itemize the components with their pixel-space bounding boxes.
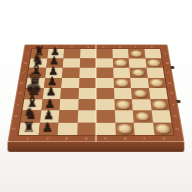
coordinate-label: 7 xyxy=(143,137,146,140)
square-r5c8[interactable] xyxy=(149,88,168,99)
coordinate-label: 3 xyxy=(71,46,73,48)
square-r4c4[interactable] xyxy=(79,78,97,88)
coordinate-label: G xyxy=(15,115,18,118)
square-r6c4[interactable] xyxy=(78,99,96,110)
square-r3c4[interactable] xyxy=(79,68,96,78)
hinge-knob-lower xyxy=(176,100,181,103)
square-r2c3[interactable] xyxy=(63,58,80,68)
square-r6c8[interactable] xyxy=(150,99,170,110)
square-r1c4[interactable] xyxy=(80,49,96,58)
coordinate-label: H xyxy=(176,127,179,130)
square-r3c7[interactable] xyxy=(129,68,147,78)
coordinate-label: 3 xyxy=(65,137,68,140)
square-r4c8[interactable] xyxy=(147,78,166,88)
square-r3c5[interactable] xyxy=(96,68,113,78)
square-r8c6[interactable] xyxy=(115,123,135,136)
checkers-disc-light[interactable] xyxy=(118,124,132,133)
coordinate-label: D xyxy=(20,82,23,85)
square-r7c7[interactable] xyxy=(133,111,153,123)
square-r2c7[interactable] xyxy=(129,58,146,68)
checkers-disc-light[interactable] xyxy=(150,79,163,86)
chess-piece-black-rook[interactable]: ♜ xyxy=(22,121,34,135)
coordinate-label: 8 xyxy=(150,46,152,48)
coordinate-label: B xyxy=(24,62,27,64)
coordinate-label: F xyxy=(17,103,20,106)
square-r1c5[interactable] xyxy=(96,49,112,58)
checkers-disc-light[interactable] xyxy=(130,51,142,58)
square-r8c8[interactable] xyxy=(152,123,173,136)
square-r3c8[interactable] xyxy=(146,68,164,78)
coordinate-label: F xyxy=(172,103,175,106)
coordinate-label: 6 xyxy=(119,46,121,48)
square-r5c6[interactable] xyxy=(114,88,132,99)
checkers-disc-light[interactable] xyxy=(117,101,131,109)
checkers-disc-light[interactable] xyxy=(116,79,129,86)
square-r5c7[interactable] xyxy=(131,88,150,99)
coordinate-label: E xyxy=(19,92,22,95)
coordinate-label: C xyxy=(22,72,25,75)
square-r2c5[interactable] xyxy=(96,58,113,68)
square-r5c5[interactable] xyxy=(96,88,114,99)
product-photo-stage: 12345678 12345678 ABCDEFGH ABCDEFGH ♜♟♞♟… xyxy=(0,0,192,192)
square-r7c6[interactable] xyxy=(114,111,133,123)
coordinate-label: 6 xyxy=(124,137,127,140)
coordinate-label: A xyxy=(25,53,28,55)
board-3d-scene: 12345678 12345678 ABCDEFGH ABCDEFGH ♜♟♞♟… xyxy=(17,9,175,167)
square-r2c4[interactable] xyxy=(79,58,96,68)
square-r5c4[interactable] xyxy=(78,88,96,99)
checkers-disc-light[interactable] xyxy=(115,60,127,67)
square-r1c3[interactable] xyxy=(63,49,80,58)
square-r1c6[interactable] xyxy=(112,49,129,58)
square-r3c6[interactable] xyxy=(113,68,130,78)
square-r4c3[interactable] xyxy=(61,78,79,88)
square-r8c5[interactable] xyxy=(96,123,115,136)
square-r8c3[interactable] xyxy=(57,123,77,136)
coordinate-label: 7 xyxy=(135,46,137,48)
square-r3c3[interactable] xyxy=(62,68,79,78)
square-r2c8[interactable] xyxy=(145,58,163,68)
square-r4c7[interactable] xyxy=(130,78,148,88)
square-r4c6[interactable] xyxy=(113,78,131,88)
square-r1c7[interactable] xyxy=(128,49,145,58)
square-r7c4[interactable] xyxy=(77,111,96,123)
checkers-disc-light[interactable] xyxy=(134,90,148,98)
coordinate-label: 8 xyxy=(163,137,166,140)
square-r6c5[interactable] xyxy=(96,99,114,110)
checkers-disc-light[interactable] xyxy=(132,69,145,76)
coordinate-label: C xyxy=(167,72,170,75)
square-r7c5[interactable] xyxy=(96,111,115,123)
coordinate-label: 2 xyxy=(46,137,49,140)
square-r8c2[interactable]: ♟ xyxy=(38,123,58,136)
coordinate-label: 4 xyxy=(85,137,88,140)
square-r2c6[interactable] xyxy=(112,58,129,68)
coordinate-label: E xyxy=(171,92,174,95)
coordinate-label: 1 xyxy=(26,137,29,140)
square-r8c1[interactable]: ♜ xyxy=(19,123,40,136)
square-r6c3[interactable] xyxy=(59,99,78,110)
square-r4c5[interactable] xyxy=(96,78,114,88)
square-r5c3[interactable] xyxy=(60,88,78,99)
square-r7c8[interactable] xyxy=(151,111,171,123)
square-r6c7[interactable] xyxy=(132,99,151,110)
checkers-disc-light[interactable] xyxy=(155,124,170,133)
board-side-edge xyxy=(8,142,185,152)
square-r8c4[interactable] xyxy=(77,123,96,136)
coordinate-label: 5 xyxy=(104,137,107,140)
checkers-disc-light[interactable] xyxy=(135,112,149,121)
chess-checkers-board: 12345678 12345678 ABCDEFGH ABCDEFGH ♜♟♞♟… xyxy=(8,45,185,142)
coordinate-label: 5 xyxy=(103,46,105,48)
square-r1c8[interactable] xyxy=(144,49,161,58)
coordinate-label: B xyxy=(165,62,168,64)
square-r6c6[interactable] xyxy=(114,99,133,110)
checkers-disc-light[interactable] xyxy=(152,101,166,109)
square-r7c3[interactable] xyxy=(58,111,77,123)
coordinate-label: G xyxy=(174,115,177,118)
coordinate-label: H xyxy=(12,127,15,130)
coordinate-label: A xyxy=(164,53,167,55)
coordinate-label: 4 xyxy=(87,46,89,48)
checkers-disc-light[interactable] xyxy=(147,60,160,67)
coordinate-label: D xyxy=(169,82,172,85)
square-r8c7[interactable] xyxy=(134,123,154,136)
chess-piece-black-pawn[interactable]: ♟ xyxy=(42,122,53,135)
